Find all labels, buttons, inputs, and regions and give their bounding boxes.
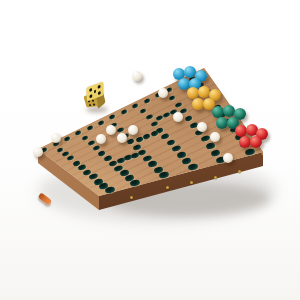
marble-white bbox=[197, 122, 208, 133]
die-pip bbox=[92, 99, 95, 101]
marbles-layer bbox=[0, 0, 300, 300]
die-pip bbox=[88, 104, 91, 106]
die-pip bbox=[98, 92, 101, 96]
marble-white bbox=[96, 134, 107, 145]
marble-white bbox=[158, 88, 169, 99]
marble-white bbox=[117, 133, 128, 144]
marble-white bbox=[128, 125, 139, 136]
marble-white bbox=[106, 125, 117, 136]
marble-white bbox=[51, 133, 62, 144]
die bbox=[84, 84, 114, 116]
marble-red bbox=[250, 136, 262, 148]
marble-white bbox=[132, 71, 143, 82]
die-pip bbox=[93, 103, 96, 105]
marble-white bbox=[223, 153, 234, 164]
marble-white bbox=[210, 132, 221, 143]
marble-white bbox=[33, 147, 44, 158]
die-pip bbox=[94, 90, 97, 94]
die-pip bbox=[98, 85, 101, 89]
die-pip bbox=[90, 95, 93, 99]
die-pip bbox=[89, 88, 92, 92]
product-photo bbox=[0, 0, 300, 300]
marble-white bbox=[173, 112, 184, 123]
